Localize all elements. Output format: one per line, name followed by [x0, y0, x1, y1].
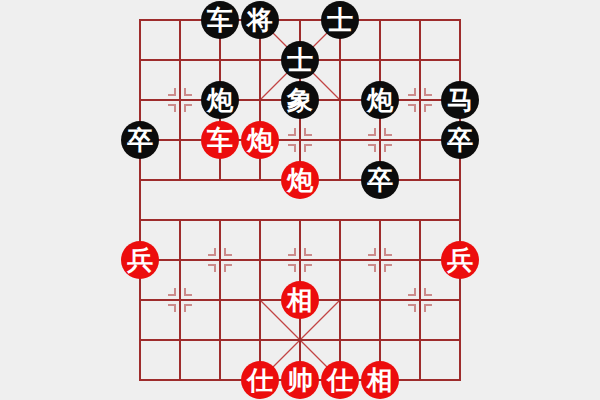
grid-line-vertical [339, 19, 341, 181]
point-marker [368, 248, 376, 256]
piece-red-elephant[interactable]: 相 [281, 281, 319, 319]
point-marker [208, 264, 216, 272]
point-marker [224, 248, 232, 256]
piece-black-horse[interactable]: 马 [441, 81, 479, 119]
point-marker [184, 288, 192, 296]
point-marker [384, 128, 392, 136]
piece-black-cannon[interactable]: 炮 [201, 81, 239, 119]
point-marker [168, 288, 176, 296]
piece-black-advisor[interactable]: 士 [281, 41, 319, 79]
point-marker [288, 248, 296, 256]
grid-line-vertical [419, 219, 421, 381]
point-marker [408, 304, 416, 312]
grid-line-vertical [139, 19, 141, 381]
grid-line-vertical [219, 219, 221, 381]
point-marker [304, 128, 312, 136]
point-marker [408, 88, 416, 96]
point-marker [424, 104, 432, 112]
point-marker [184, 88, 192, 96]
piece-black-chariot[interactable]: 车 [201, 1, 239, 39]
piece-red-cannon[interactable]: 炮 [241, 121, 279, 159]
piece-red-elephant[interactable]: 相 [361, 361, 399, 399]
grid-line-vertical [259, 219, 261, 381]
point-marker [288, 264, 296, 272]
point-marker [384, 264, 392, 272]
grid-line-vertical [179, 19, 181, 181]
point-marker [368, 264, 376, 272]
piece-red-soldier[interactable]: 兵 [441, 241, 479, 279]
point-marker [168, 304, 176, 312]
point-marker [224, 264, 232, 272]
piece-black-soldier[interactable]: 卒 [121, 121, 159, 159]
grid-line-vertical [179, 219, 181, 381]
point-marker [184, 304, 192, 312]
point-marker [384, 144, 392, 152]
point-marker [368, 144, 376, 152]
grid-line-vertical [379, 219, 381, 381]
point-marker [408, 288, 416, 296]
point-marker [288, 144, 296, 152]
piece-black-soldier[interactable]: 卒 [441, 121, 479, 159]
point-marker [408, 104, 416, 112]
point-marker [424, 288, 432, 296]
point-marker [424, 304, 432, 312]
point-marker [304, 144, 312, 152]
point-marker [208, 248, 216, 256]
piece-black-elephant[interactable]: 象 [281, 81, 319, 119]
piece-red-chariot[interactable]: 车 [201, 121, 239, 159]
point-marker [288, 128, 296, 136]
point-marker [184, 104, 192, 112]
xiangqi-board[interactable]: 车将士士炮象炮马卒卒卒车炮炮兵兵相仕帅仕相 [139, 19, 461, 381]
point-marker [168, 88, 176, 96]
point-marker [304, 248, 312, 256]
grid-line-vertical [459, 19, 461, 381]
piece-red-soldier[interactable]: 兵 [121, 241, 159, 279]
piece-red-advisor[interactable]: 仕 [241, 361, 279, 399]
grid-line-vertical [339, 219, 341, 381]
piece-red-advisor[interactable]: 仕 [321, 361, 359, 399]
point-marker [384, 248, 392, 256]
point-marker [368, 128, 376, 136]
piece-red-cannon[interactable]: 炮 [281, 161, 319, 199]
piece-black-soldier[interactable]: 卒 [361, 161, 399, 199]
grid-line-vertical [419, 19, 421, 181]
piece-black-general[interactable]: 将 [241, 1, 279, 39]
piece-black-cannon[interactable]: 炮 [361, 81, 399, 119]
piece-black-advisor[interactable]: 士 [321, 1, 359, 39]
xiangqi-app: 车将士士炮象炮马卒卒卒车炮炮兵兵相仕帅仕相 [0, 0, 600, 400]
piece-red-general[interactable]: 帅 [281, 361, 319, 399]
point-marker [424, 88, 432, 96]
point-marker [304, 264, 312, 272]
point-marker [168, 104, 176, 112]
